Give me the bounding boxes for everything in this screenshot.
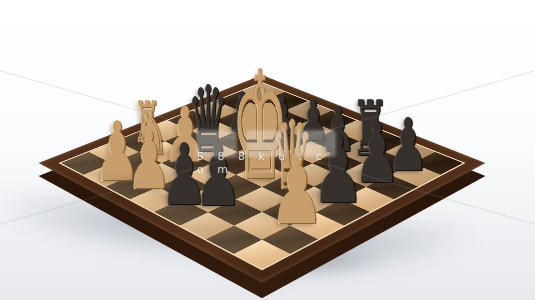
- white-pawn: ♟: [270, 140, 324, 238]
- chess-render-scene: ♚♛♜♞♟♟♟♟♛♜♟♟♟♟♟♟♟♟♟ 5 8 8 k u . c o m: [0, 0, 535, 300]
- black-pawn: ♟: [194, 132, 242, 218]
